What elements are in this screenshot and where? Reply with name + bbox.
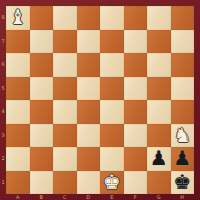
square-b5[interactable] bbox=[30, 77, 54, 101]
black-king-icon[interactable]: ♚ bbox=[171, 171, 195, 195]
white-knight-icon[interactable]: ♞ bbox=[171, 124, 195, 148]
square-e5[interactable] bbox=[100, 77, 124, 101]
square-g6[interactable] bbox=[147, 53, 171, 77]
square-c6[interactable] bbox=[53, 53, 77, 77]
white-bishop-icon[interactable]: ♝ bbox=[6, 6, 30, 30]
square-d3[interactable] bbox=[77, 124, 101, 148]
square-f7[interactable] bbox=[124, 30, 148, 54]
square-e6[interactable] bbox=[100, 53, 124, 77]
square-b8[interactable] bbox=[30, 6, 54, 30]
square-b1[interactable] bbox=[30, 171, 54, 195]
square-c1[interactable] bbox=[53, 171, 77, 195]
square-d1[interactable] bbox=[77, 171, 101, 195]
square-d5[interactable] bbox=[77, 77, 101, 101]
square-f3[interactable] bbox=[124, 124, 148, 148]
square-a7[interactable] bbox=[6, 30, 30, 54]
square-h1[interactable]: ♚ bbox=[171, 171, 195, 195]
square-h6[interactable] bbox=[171, 53, 195, 77]
square-g8[interactable] bbox=[147, 6, 171, 30]
square-c2[interactable] bbox=[53, 147, 77, 171]
chess-board: ♝♞♟♟♚♚ bbox=[6, 6, 194, 194]
square-b7[interactable] bbox=[30, 30, 54, 54]
square-c8[interactable] bbox=[53, 6, 77, 30]
square-d4[interactable] bbox=[77, 100, 101, 124]
square-a3[interactable] bbox=[6, 124, 30, 148]
square-a8[interactable]: ♝ bbox=[6, 6, 30, 30]
white-king-icon[interactable]: ♚ bbox=[100, 171, 124, 195]
square-c3[interactable] bbox=[53, 124, 77, 148]
square-f2[interactable] bbox=[124, 147, 148, 171]
square-c7[interactable] bbox=[53, 30, 77, 54]
square-d8[interactable] bbox=[77, 6, 101, 30]
square-d2[interactable] bbox=[77, 147, 101, 171]
square-f8[interactable] bbox=[124, 6, 148, 30]
square-h8[interactable] bbox=[171, 6, 195, 30]
square-c5[interactable] bbox=[53, 77, 77, 101]
square-f4[interactable] bbox=[124, 100, 148, 124]
file-label-d: D bbox=[77, 194, 101, 200]
file-label-a: A bbox=[6, 194, 30, 200]
square-g4[interactable] bbox=[147, 100, 171, 124]
file-label-e: E bbox=[100, 194, 124, 200]
square-e2[interactable] bbox=[100, 147, 124, 171]
square-d6[interactable] bbox=[77, 53, 101, 77]
square-b2[interactable] bbox=[30, 147, 54, 171]
square-a5[interactable] bbox=[6, 77, 30, 101]
file-label-f: F bbox=[124, 194, 148, 200]
file-label-g: G bbox=[147, 194, 171, 200]
file-label-c: C bbox=[53, 194, 77, 200]
square-e3[interactable] bbox=[100, 124, 124, 148]
square-h2[interactable]: ♟ bbox=[171, 147, 195, 171]
square-f5[interactable] bbox=[124, 77, 148, 101]
square-g7[interactable] bbox=[147, 30, 171, 54]
square-a6[interactable] bbox=[6, 53, 30, 77]
square-a2[interactable] bbox=[6, 147, 30, 171]
black-pawn-icon[interactable]: ♟ bbox=[147, 147, 171, 171]
square-c4[interactable] bbox=[53, 100, 77, 124]
square-g1[interactable] bbox=[147, 171, 171, 195]
square-e8[interactable] bbox=[100, 6, 124, 30]
chess-board-window: 87654321 ABCDEFGH ♝♞♟♟♚♚ bbox=[0, 0, 200, 200]
square-h7[interactable] bbox=[171, 30, 195, 54]
black-pawn-icon[interactable]: ♟ bbox=[171, 147, 195, 171]
file-labels: ABCDEFGH bbox=[6, 194, 194, 200]
square-g3[interactable] bbox=[147, 124, 171, 148]
square-g2[interactable]: ♟ bbox=[147, 147, 171, 171]
square-b3[interactable] bbox=[30, 124, 54, 148]
square-d7[interactable] bbox=[77, 30, 101, 54]
square-h3[interactable]: ♞ bbox=[171, 124, 195, 148]
square-e7[interactable] bbox=[100, 30, 124, 54]
file-label-h: H bbox=[171, 194, 195, 200]
square-g5[interactable] bbox=[147, 77, 171, 101]
square-f1[interactable] bbox=[124, 171, 148, 195]
square-b4[interactable] bbox=[30, 100, 54, 124]
square-f6[interactable] bbox=[124, 53, 148, 77]
square-e4[interactable] bbox=[100, 100, 124, 124]
file-label-b: B bbox=[30, 194, 54, 200]
square-h4[interactable] bbox=[171, 100, 195, 124]
square-b6[interactable] bbox=[30, 53, 54, 77]
square-e1[interactable]: ♚ bbox=[100, 171, 124, 195]
square-a1[interactable] bbox=[6, 171, 30, 195]
square-h5[interactable] bbox=[171, 77, 195, 101]
square-a4[interactable] bbox=[6, 100, 30, 124]
